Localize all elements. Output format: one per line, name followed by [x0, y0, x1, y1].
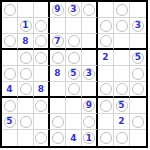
- cell-r9c4[interactable]: [50, 130, 66, 146]
- given-digit: 1: [86, 134, 92, 143]
- given-digit: 9: [86, 101, 92, 110]
- odd-cell-circle: [116, 20, 128, 32]
- odd-cell-circle: [52, 132, 64, 144]
- cell-r1c7[interactable]: [98, 2, 114, 18]
- odd-cell-circle: [20, 52, 32, 64]
- cell-r2c9[interactable]: 3: [130, 18, 146, 34]
- odd-cell-circle: [100, 132, 112, 144]
- cell-r7c4[interactable]: [50, 98, 66, 114]
- cell-r1c6[interactable]: [82, 2, 98, 18]
- cell-r5c6[interactable]: 3: [82, 66, 98, 82]
- odd-cell-circle: [52, 52, 64, 64]
- given-digit: 8: [22, 37, 28, 46]
- odd-cell-circle: [68, 52, 80, 64]
- cell-r5c1[interactable]: [2, 66, 18, 82]
- cell-r5c3[interactable]: [34, 66, 50, 82]
- cell-r4c9[interactable]: 5: [130, 50, 146, 66]
- cell-r6c4[interactable]: [50, 82, 66, 98]
- sudoku-board: 9313872585348955241: [0, 0, 148, 148]
- cell-r2c2[interactable]: 1: [18, 18, 34, 34]
- given-digit: 4: [70, 134, 76, 143]
- cell-r5c8[interactable]: [114, 66, 130, 82]
- given-digit: 5: [118, 101, 124, 110]
- odd-cell-circle: 9: [52, 4, 64, 16]
- given-digit: 5: [70, 69, 76, 78]
- odd-cell-circle: 3: [68, 4, 80, 16]
- cell-r4c1[interactable]: [2, 50, 18, 66]
- cell-r4c3[interactable]: [34, 50, 50, 66]
- cell-r6c7[interactable]: [98, 82, 114, 98]
- odd-cell-circle: [35, 132, 47, 144]
- odd-cell-circle: [68, 35, 80, 47]
- odd-cell-circle: [68, 83, 80, 95]
- given-digit: 4: [6, 85, 12, 94]
- cell-r3c7[interactable]: [98, 34, 114, 50]
- given-digit: 5: [6, 117, 12, 126]
- odd-cell-circle: [35, 35, 47, 47]
- cell-r7c5[interactable]: [66, 98, 82, 114]
- cell-r5c2[interactable]: [18, 66, 34, 82]
- odd-cell-circle: [132, 116, 144, 128]
- cell-r9c9[interactable]: [130, 130, 146, 146]
- odd-cell-circle: 3: [132, 20, 144, 32]
- cell-r1c9[interactable]: [130, 2, 146, 18]
- cell-r9c7[interactable]: [98, 130, 114, 146]
- cell-r9c5[interactable]: 4: [66, 130, 82, 146]
- cell-r4c2[interactable]: [18, 50, 34, 66]
- cell-r1c2[interactable]: [18, 2, 34, 18]
- cell-r4c7[interactable]: 2: [98, 50, 114, 66]
- odd-cell-circle: [116, 132, 128, 144]
- given-digit: 7: [54, 37, 60, 46]
- cell-r8c9[interactable]: [130, 114, 146, 130]
- cell-r2c1[interactable]: [2, 18, 18, 34]
- cell-r6c3[interactable]: 8: [34, 82, 50, 98]
- cell-r9c6[interactable]: 1: [82, 130, 98, 146]
- odd-cell-circle: 1: [20, 20, 32, 32]
- odd-cell-circle: 5: [68, 68, 80, 80]
- cell-r3c6[interactable]: [82, 34, 98, 50]
- odd-cell-circle: [116, 4, 128, 16]
- cell-r9c1[interactable]: [2, 130, 18, 146]
- odd-cell-circle: 3: [83, 68, 95, 80]
- cell-r3c8[interactable]: [114, 34, 130, 50]
- cell-r7c7[interactable]: [98, 98, 114, 114]
- odd-cell-circle: [20, 68, 32, 80]
- cell-r2c6[interactable]: [82, 18, 98, 34]
- odd-cell-circle: 5: [132, 52, 144, 64]
- cell-r6c2[interactable]: [18, 82, 34, 98]
- odd-cell-circle: [100, 35, 112, 47]
- odd-cell-circle: [83, 116, 95, 128]
- cell-r5c4[interactable]: 8: [50, 66, 66, 82]
- cell-r7c1[interactable]: [2, 98, 18, 114]
- odd-cell-circle: 1: [83, 132, 95, 144]
- given-digit: 8: [54, 69, 60, 78]
- cell-r7c9[interactable]: [130, 98, 146, 114]
- cell-r2c8[interactable]: [114, 18, 130, 34]
- odd-cell-circle: [52, 116, 64, 128]
- odd-cell-circle: [83, 4, 95, 16]
- cell-r3c9[interactable]: [130, 34, 146, 50]
- cell-r5c5[interactable]: 5: [66, 66, 82, 82]
- cell-r8c4[interactable]: [50, 114, 66, 130]
- odd-cell-circle: [20, 116, 32, 128]
- cell-r8c8[interactable]: 2: [114, 114, 130, 130]
- odd-cell-circle: [35, 20, 47, 32]
- cell-r6c8[interactable]: [114, 82, 130, 98]
- given-digit: 3: [135, 21, 141, 30]
- odd-cell-circle: [4, 68, 16, 80]
- given-digit: 2: [102, 53, 108, 62]
- given-digit: 3: [86, 69, 92, 78]
- odd-cell-circle: [20, 83, 32, 95]
- given-digit: 3: [70, 5, 76, 14]
- cell-r3c5[interactable]: [66, 34, 82, 50]
- odd-cell-circle: 5: [4, 116, 16, 128]
- cell-r2c3[interactable]: [34, 18, 50, 34]
- odd-cell-circle: 5: [116, 100, 128, 112]
- cell-r3c2[interactable]: 8: [18, 34, 34, 50]
- given-digit: 8: [38, 85, 44, 94]
- odd-cell-circle: [4, 35, 16, 47]
- cell-r6c5[interactable]: [66, 82, 82, 98]
- cell-r7c6[interactable]: 9: [82, 98, 98, 114]
- cell-r1c4[interactable]: 9: [50, 2, 66, 18]
- cell-r5c7[interactable]: [98, 66, 114, 82]
- cell-r2c5[interactable]: [66, 18, 82, 34]
- odd-cell-circle: [116, 83, 128, 95]
- cell-r1c3[interactable]: [34, 2, 50, 18]
- odd-cell-circle: [100, 83, 112, 95]
- cell-r7c8[interactable]: 5: [114, 98, 130, 114]
- cell-r9c3[interactable]: [34, 130, 50, 146]
- cell-r4c6[interactable]: [82, 50, 98, 66]
- cell-r6c6[interactable]: [82, 82, 98, 98]
- cell-r8c6[interactable]: [82, 114, 98, 130]
- cell-r8c5[interactable]: [66, 114, 82, 130]
- cell-r8c3[interactable]: [34, 114, 50, 130]
- cell-r8c7[interactable]: [98, 114, 114, 130]
- given-digit: 2: [118, 117, 124, 126]
- cell-r2c7[interactable]: [98, 18, 114, 34]
- given-digit: 9: [54, 5, 60, 14]
- given-digit: 5: [135, 53, 141, 62]
- cell-r3c3[interactable]: [34, 34, 50, 50]
- cell-r1c8[interactable]: [114, 2, 130, 18]
- cell-r7c3[interactable]: [34, 98, 50, 114]
- odd-cell-circle: 7: [52, 35, 64, 47]
- odd-cell-circle: [4, 4, 16, 16]
- odd-cell-circle: [100, 20, 112, 32]
- odd-cell-circle: 9: [83, 100, 95, 112]
- cell-r9c2[interactable]: [18, 130, 34, 146]
- odd-cell-circle: [132, 68, 144, 80]
- odd-cell-circle: [100, 100, 112, 112]
- cell-r1c5[interactable]: 3: [66, 2, 82, 18]
- cell-r4c8[interactable]: [114, 50, 130, 66]
- odd-cell-circle: [35, 100, 47, 112]
- cell-r3c4[interactable]: 7: [50, 34, 66, 50]
- odd-cell-circle: [132, 83, 144, 95]
- cell-r6c9[interactable]: [130, 82, 146, 98]
- cell-r5c9[interactable]: [130, 66, 146, 82]
- given-digit: 1: [22, 21, 28, 30]
- odd-cell-circle: [35, 52, 47, 64]
- cell-r2c4[interactable]: [50, 18, 66, 34]
- cell-r8c2[interactable]: [18, 114, 34, 130]
- cell-r4c5[interactable]: [66, 50, 82, 66]
- cell-r8c1[interactable]: 5: [2, 114, 18, 130]
- cell-r6c1[interactable]: 4: [2, 82, 18, 98]
- cell-r9c8[interactable]: [114, 130, 130, 146]
- cell-r7c2[interactable]: [18, 98, 34, 114]
- cell-r3c1[interactable]: [2, 34, 18, 50]
- cell-r1c1[interactable]: [2, 2, 18, 18]
- odd-cell-circle: [4, 100, 16, 112]
- cell-r4c4[interactable]: [50, 50, 66, 66]
